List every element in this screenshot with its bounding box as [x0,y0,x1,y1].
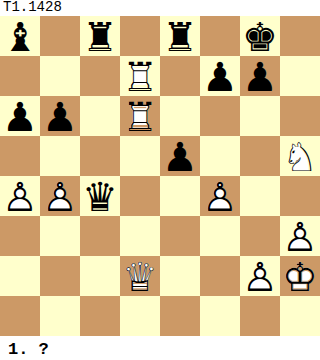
square-g8[interactable]: ♚ [240,16,280,56]
square-c8[interactable]: ♜ [80,16,120,56]
square-h8[interactable] [280,16,320,56]
black-rook-piece: ♜ [160,16,200,56]
square-h7[interactable] [280,56,320,96]
square-a7[interactable] [0,56,40,96]
white-pawn-piece: ♟ [200,176,240,216]
square-h2[interactable]: ♚♔ [280,256,320,296]
white-pawn-piece-outline: ♙ [40,176,80,216]
square-f7[interactable]: ♟ [200,56,240,96]
white-knight-piece-outline: ♘ [280,136,320,176]
black-rook-piece: ♜ [80,16,120,56]
square-g6[interactable] [240,96,280,136]
square-c7[interactable] [80,56,120,96]
white-queen-piece: ♛ [120,256,160,296]
square-e1[interactable] [160,296,200,336]
white-pawn-piece: ♟ [0,176,40,216]
square-d7[interactable]: ♜♖ [120,56,160,96]
square-d5[interactable] [120,136,160,176]
white-king-piece-outline: ♔ [280,256,320,296]
square-b8[interactable] [40,16,80,56]
square-d8[interactable] [120,16,160,56]
white-queen-piece-outline: ♕ [120,256,160,296]
square-f6[interactable] [200,96,240,136]
white-pawn-piece-outline: ♙ [280,216,320,256]
square-b1[interactable] [40,296,80,336]
black-king-piece: ♚ [240,16,280,56]
square-e2[interactable] [160,256,200,296]
black-pawn-piece: ♟ [200,56,240,96]
square-b4[interactable]: ♟♙ [40,176,80,216]
square-f1[interactable] [200,296,240,336]
square-a1[interactable] [0,296,40,336]
square-c5[interactable] [80,136,120,176]
square-a6[interactable]: ♟ [0,96,40,136]
white-rook-piece-outline: ♖ [120,56,160,96]
black-queen-piece: ♛ [80,176,120,216]
square-h4[interactable] [280,176,320,216]
black-pawn-piece: ♟ [240,56,280,96]
square-d4[interactable] [120,176,160,216]
black-bishop-piece: ♝ [0,16,40,56]
square-a2[interactable] [0,256,40,296]
white-king-piece: ♚ [280,256,320,296]
square-c2[interactable] [80,256,120,296]
square-a4[interactable]: ♟♙ [0,176,40,216]
square-e5[interactable]: ♟ [160,136,200,176]
white-pawn-piece: ♟ [240,256,280,296]
chess-board: ♝♜♜♚♜♖♟♟♟♟♜♖♟♞♘♟♙♟♙♛♟♙♟♙♛♕♟♙♚♔ [0,16,320,336]
square-a8[interactable]: ♝ [0,16,40,56]
white-pawn-piece-outline: ♙ [240,256,280,296]
square-g2[interactable]: ♟♙ [240,256,280,296]
square-d1[interactable] [120,296,160,336]
square-g1[interactable] [240,296,280,336]
white-pawn-piece-outline: ♙ [0,176,40,216]
square-c1[interactable] [80,296,120,336]
square-b5[interactable] [40,136,80,176]
square-e8[interactable]: ♜ [160,16,200,56]
white-rook-piece: ♜ [120,56,160,96]
square-d3[interactable] [120,216,160,256]
black-pawn-piece: ♟ [0,96,40,136]
square-e4[interactable] [160,176,200,216]
square-e7[interactable] [160,56,200,96]
square-c4[interactable]: ♛ [80,176,120,216]
square-g3[interactable] [240,216,280,256]
square-e6[interactable] [160,96,200,136]
square-h3[interactable]: ♟♙ [280,216,320,256]
black-pawn-piece: ♟ [40,96,80,136]
square-a3[interactable] [0,216,40,256]
white-pawn-piece-outline: ♙ [200,176,240,216]
square-g4[interactable] [240,176,280,216]
square-h5[interactable]: ♞♘ [280,136,320,176]
puzzle-title: T1.1428 [0,0,320,16]
white-knight-piece: ♞ [280,136,320,176]
square-f4[interactable]: ♟♙ [200,176,240,216]
square-f2[interactable] [200,256,240,296]
white-pawn-piece: ♟ [40,176,80,216]
square-g7[interactable]: ♟ [240,56,280,96]
square-f3[interactable] [200,216,240,256]
square-f5[interactable] [200,136,240,176]
square-b3[interactable] [40,216,80,256]
square-d2[interactable]: ♛♕ [120,256,160,296]
square-c6[interactable] [80,96,120,136]
square-a5[interactable] [0,136,40,176]
square-h6[interactable] [280,96,320,136]
square-b2[interactable] [40,256,80,296]
square-e3[interactable] [160,216,200,256]
square-f8[interactable] [200,16,240,56]
square-g5[interactable] [240,136,280,176]
square-d6[interactable]: ♜♖ [120,96,160,136]
square-b6[interactable]: ♟ [40,96,80,136]
move-prompt: 1. ? [0,336,320,359]
white-pawn-piece: ♟ [280,216,320,256]
square-b7[interactable] [40,56,80,96]
black-pawn-piece: ♟ [160,136,200,176]
white-rook-piece: ♜ [120,96,160,136]
white-rook-piece-outline: ♖ [120,96,160,136]
square-c3[interactable] [80,216,120,256]
square-h1[interactable] [280,296,320,336]
